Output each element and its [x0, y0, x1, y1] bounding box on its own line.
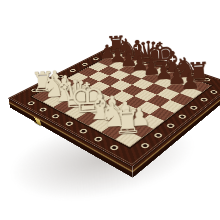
frame-ornament-ring-icon	[102, 52, 110, 55]
frame-ornament-ring-icon	[153, 132, 164, 138]
frame-ornament-ring-icon	[147, 59, 155, 63]
brass-clasp-icon	[33, 116, 41, 125]
frame-ornament-ring-icon	[135, 54, 143, 57]
frame-ornament-ring-icon	[30, 88, 39, 93]
frame-ornament-ring-icon	[209, 90, 218, 95]
frame-ornament-ring-icon	[51, 113, 61, 119]
frame-ornament-ring-icon	[165, 122, 175, 128]
frame-ornament-ring-icon	[199, 97, 209, 102]
camera-tilt: ♜♞♝♛♚♝♞♜♟♟♟♟♟♟♟♟♟♟♟♟♟♟♟♟♜♞♝♛♚♝♞♜	[0, 0, 220, 220]
frame-ornament-ring-icon	[92, 57, 100, 61]
frame-ornament-ring-icon	[160, 63, 168, 67]
frame-ornament-ring-icon	[78, 128, 88, 134]
frame-ornament-ring-icon	[69, 68, 77, 72]
frame-ornament-ring-icon	[188, 72, 197, 76]
frame-ornament-ring-icon	[109, 144, 120, 151]
frame-ornament-ring-icon	[80, 63, 88, 67]
chess-board: ♜♞♝♛♚♝♞♜♟♟♟♟♟♟♟♟♟♟♟♟♟♟♟♟♜♞♝♛♚♝♞♜	[8, 44, 220, 166]
frame-ornament-ring-icon	[64, 120, 74, 126]
frame-ornament-ring-icon	[56, 75, 64, 79]
frame-ornament-ring-icon	[27, 101, 36, 106]
frame-ornament-ring-icon	[177, 113, 187, 119]
frame-ornament-ring-icon	[123, 50, 131, 53]
frame-ornament-ring-icon	[188, 105, 198, 110]
frame-ornament-ring-icon	[39, 107, 49, 112]
frame-ornament-ring-icon	[93, 136, 104, 143]
frame-ornament-ring-icon	[43, 81, 52, 85]
chess-set-product-photo[interactable]: ♜♞♝♛♚♝♞♜♟♟♟♟♟♟♟♟♟♟♟♟♟♟♟♟♜♞♝♛♚♝♞♜	[0, 0, 220, 220]
piece-brown-rook: ♜	[96, 32, 137, 58]
frame-ornament-ring-icon	[174, 68, 182, 72]
perspective-scene: ♜♞♝♛♚♝♞♜♟♟♟♟♟♟♟♟♟♟♟♟♟♟♟♟♜♞♝♛♚♝♞♜	[0, 0, 220, 220]
frame-ornament-ring-icon	[139, 142, 150, 149]
frame-ornament-ring-icon	[203, 77, 212, 81]
